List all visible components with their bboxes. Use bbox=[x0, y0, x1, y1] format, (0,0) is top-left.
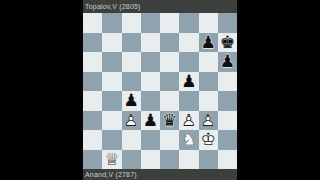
square-c2 bbox=[122, 130, 141, 150]
square-c5 bbox=[122, 72, 141, 92]
square-g3: ♟♙ bbox=[199, 111, 218, 131]
square-d8 bbox=[141, 13, 160, 33]
square-a7 bbox=[83, 33, 102, 53]
top-player-label: Topalov,V (2805) bbox=[85, 3, 141, 10]
square-b6 bbox=[102, 52, 121, 72]
square-b7 bbox=[102, 33, 121, 53]
bottom-player-label: Anand,V (2787) bbox=[85, 171, 137, 178]
square-d3: ♟ bbox=[141, 111, 160, 131]
square-h1 bbox=[218, 150, 237, 170]
letterbox-left bbox=[0, 0, 83, 180]
square-b8 bbox=[102, 13, 121, 33]
black-piece-glyph: ♟ bbox=[199, 33, 218, 53]
square-a2 bbox=[83, 130, 102, 150]
square-c8 bbox=[122, 13, 141, 33]
top-player-bar: Topalov,V (2805) bbox=[83, 0, 237, 13]
white-piece-outline: ♔ bbox=[199, 130, 218, 150]
square-h7: ♚ bbox=[218, 33, 237, 53]
square-f2: ♞♘ bbox=[179, 130, 198, 150]
black-piece-glyph: ♟ bbox=[122, 91, 141, 111]
square-f7 bbox=[179, 33, 198, 53]
square-c1 bbox=[122, 150, 141, 170]
chess-board: ♟♚♟♟♟♟♙♟♛♟♙♟♙♞♘♚♔♛♕ bbox=[83, 13, 237, 169]
square-b4 bbox=[102, 91, 121, 111]
black-piece-glyph: ♚ bbox=[218, 33, 237, 53]
square-b5 bbox=[102, 72, 121, 92]
square-a5 bbox=[83, 72, 102, 92]
video-frame: Topalov,V (2805) ♟♚♟♟♟♟♙♟♛♟♙♟♙♞♘♚♔♛♕ Ana… bbox=[0, 0, 320, 180]
square-d4 bbox=[141, 91, 160, 111]
black-pawn-c4: ♟ bbox=[122, 91, 141, 111]
square-h6: ♟ bbox=[218, 52, 237, 72]
bottom-player-bar: Anand,V (2787) bbox=[83, 169, 237, 180]
square-g2: ♚♔ bbox=[199, 130, 218, 150]
square-f6 bbox=[179, 52, 198, 72]
square-e8 bbox=[160, 13, 179, 33]
square-g5 bbox=[199, 72, 218, 92]
square-g7: ♟ bbox=[199, 33, 218, 53]
white-piece-outline: ♙ bbox=[179, 111, 198, 131]
white-knight-f2: ♞♘ bbox=[179, 130, 198, 150]
square-f8 bbox=[179, 13, 198, 33]
square-d1 bbox=[141, 150, 160, 170]
white-pawn-c3: ♟♙ bbox=[122, 111, 141, 131]
square-h2 bbox=[218, 130, 237, 150]
black-pawn-f5: ♟ bbox=[179, 72, 198, 92]
square-g1 bbox=[199, 150, 218, 170]
square-d7 bbox=[141, 33, 160, 53]
black-piece-glyph: ♟ bbox=[179, 72, 198, 92]
square-h4 bbox=[218, 91, 237, 111]
square-e6 bbox=[160, 52, 179, 72]
square-h8 bbox=[218, 13, 237, 33]
black-pawn-d3: ♟ bbox=[141, 111, 160, 131]
white-piece-outline: ♙ bbox=[199, 111, 218, 131]
square-c3: ♟♙ bbox=[122, 111, 141, 131]
square-d2 bbox=[141, 130, 160, 150]
black-piece-glyph: ♟ bbox=[141, 111, 160, 131]
square-f3: ♟♙ bbox=[179, 111, 198, 131]
white-pawn-g3: ♟♙ bbox=[199, 111, 218, 131]
square-c6 bbox=[122, 52, 141, 72]
square-c4: ♟ bbox=[122, 91, 141, 111]
square-e7 bbox=[160, 33, 179, 53]
black-pawn-g7: ♟ bbox=[199, 33, 218, 53]
square-e2 bbox=[160, 130, 179, 150]
white-piece-outline: ♘ bbox=[179, 130, 198, 150]
white-piece-outline: ♙ bbox=[122, 111, 141, 131]
black-king-h7: ♚ bbox=[218, 33, 237, 53]
square-b3 bbox=[102, 111, 121, 131]
square-e4 bbox=[160, 91, 179, 111]
letterbox-right bbox=[237, 0, 320, 180]
square-g6 bbox=[199, 52, 218, 72]
square-a4 bbox=[83, 91, 102, 111]
black-piece-glyph: ♛ bbox=[160, 111, 179, 131]
square-f5: ♟ bbox=[179, 72, 198, 92]
square-b1: ♛♕ bbox=[102, 150, 121, 170]
black-piece-glyph: ♟ bbox=[218, 52, 237, 72]
square-a6 bbox=[83, 52, 102, 72]
square-a1 bbox=[83, 150, 102, 170]
square-d6 bbox=[141, 52, 160, 72]
white-queen-b1: ♛♕ bbox=[102, 150, 121, 170]
square-g4 bbox=[199, 91, 218, 111]
white-king-g2: ♚♔ bbox=[199, 130, 218, 150]
square-d5 bbox=[141, 72, 160, 92]
black-pawn-h6: ♟ bbox=[218, 52, 237, 72]
square-e5 bbox=[160, 72, 179, 92]
square-h5 bbox=[218, 72, 237, 92]
square-e1 bbox=[160, 150, 179, 170]
white-pawn-f3: ♟♙ bbox=[179, 111, 198, 131]
square-a8 bbox=[83, 13, 102, 33]
square-e3: ♛ bbox=[160, 111, 179, 131]
square-a3 bbox=[83, 111, 102, 131]
square-c7 bbox=[122, 33, 141, 53]
square-f4 bbox=[179, 91, 198, 111]
square-b2 bbox=[102, 130, 121, 150]
square-h3 bbox=[218, 111, 237, 131]
square-g8 bbox=[199, 13, 218, 33]
white-piece-outline: ♕ bbox=[102, 150, 121, 170]
square-f1 bbox=[179, 150, 198, 170]
black-queen-e3: ♛ bbox=[160, 111, 179, 131]
